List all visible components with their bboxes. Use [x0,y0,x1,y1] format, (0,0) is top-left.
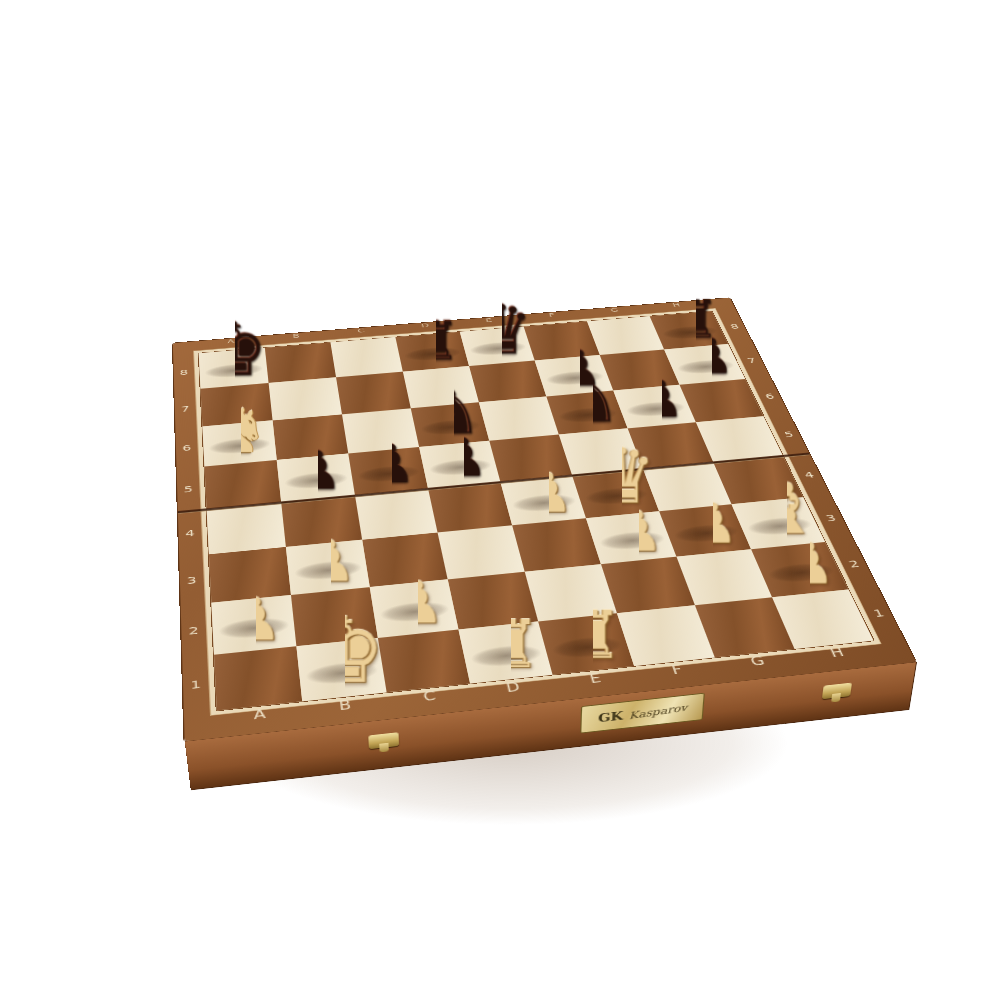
square-b3: ♟ [286,540,370,595]
square-c4 [355,488,438,539]
square-g3: ♟ [659,504,751,556]
square-a1 [214,646,302,710]
brass-nameplate: GK Kasparov [580,693,705,734]
brass-clasp-left [368,732,399,749]
square-d1: ♜ [458,621,552,683]
rank-label-1: 1 [182,655,210,714]
rank-label-8: 8 [173,354,195,391]
product-photo-scene: ♚♜♛♜♟♟♞♞♞♟♟♟♟♟♛♟♟♟♝♟♟♟♚♜♜ ABCDEFGH ABCDE… [0,0,1000,1000]
square-a6: ♞ [202,420,276,466]
board-grid: ♚♜♛♜♟♟♞♞♞♟♟♟♟♟♛♟♟♟♝♟♟♟♚♜♜ [199,311,874,710]
square-b5: ♟ [277,453,355,502]
square-e8: ♛ [460,327,535,367]
square-g6: ♟ [613,385,696,429]
square-a8: ♚ [199,348,269,389]
kasparov-signature: Kasparov [629,702,687,722]
rank-label-5: 5 [177,467,201,512]
rank-label-7: 7 [174,389,196,429]
square-b8 [265,342,336,383]
gk-monogram: GK [598,709,624,725]
square-d3 [438,525,525,579]
square-c1 [378,630,470,693]
chess-board-box: ♚♜♛♜♟♟♞♞♞♟♟♟♟♟♛♟♟♟♝♟♟♟♚♜♜ ABCDEFGH ABCDE… [173,298,916,742]
square-f3: ♟ [586,511,676,564]
square-b7 [269,377,342,420]
square-e6 [479,396,559,440]
square-c8 [330,337,402,377]
rank-label-3: 3 [179,555,205,606]
square-f6: ♞ [546,391,627,435]
rank-label-6: 6 [175,427,198,469]
square-d4 [428,482,512,533]
brass-clasp-right [822,683,852,700]
rank-label-2: 2 [181,603,208,658]
square-b1: ♚ [296,638,386,701]
square-e1: ♜ [538,613,634,674]
square-d8: ♜ [395,332,469,372]
square-a4 [207,502,286,554]
square-c7 [336,372,411,415]
rank-label-4: 4 [178,510,203,558]
